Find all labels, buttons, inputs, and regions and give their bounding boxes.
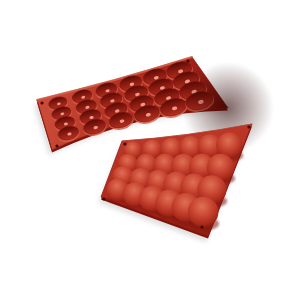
silicone-mold-product-photo (0, 0, 300, 300)
product-photo (0, 0, 300, 300)
corner-hole (40, 101, 43, 104)
corner-hole (186, 59, 189, 62)
corner-hole (247, 125, 250, 128)
corner-hole (55, 144, 58, 147)
front-tray-flipped-domes (99, 124, 252, 242)
corner-hole (200, 225, 203, 228)
corner-hole (102, 197, 105, 200)
dome-bump (188, 197, 219, 228)
corner-hole (123, 142, 126, 145)
